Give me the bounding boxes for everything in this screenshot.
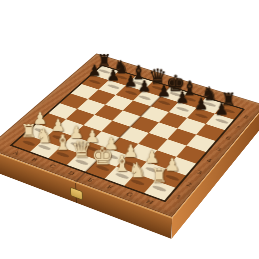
brass-clasp-icon [70,187,83,201]
white-rook[interactable]: ♜ [147,160,171,188]
chess-board: ABCDEFGH 87654321 ♜♞♝♛♚♝♞♜♟♟♟♟♟♟♟♟♟♟♟♟♟♟… [0,54,259,218]
white-knight[interactable]: ♞ [125,154,149,182]
chess-set-scene: ABCDEFGH 87654321 ♜♞♝♛♚♝♞♜♟♟♟♟♟♟♟♟♟♟♟♟♟♟… [0,0,259,259]
photo-background: { "game": "chess", "position": "rnbqkbnr… [0,0,259,259]
white-queen[interactable]: ♛ [70,135,93,162]
